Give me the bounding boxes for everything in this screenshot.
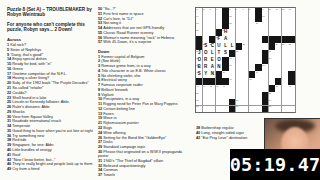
grid-cell[interactable] <box>249 22 255 29</box>
grid-cell[interactable] <box>269 29 275 36</box>
grid-cell[interactable] <box>242 99 248 106</box>
cell-letter: F <box>216 37 222 42</box>
cell-number: 57 <box>269 105 271 107</box>
grid-cell[interactable]: A <box>222 36 228 43</box>
clue-item[interactable]: 55 Classic Road Runner scenery <box>98 31 193 35</box>
grid-cell[interactable] <box>249 15 255 22</box>
grid-cell[interactable] <box>216 92 222 99</box>
grid-cell[interactable] <box>282 22 288 29</box>
grid-cell[interactable] <box>275 57 281 64</box>
across-header: Across <box>7 37 96 42</box>
clue-item[interactable]: 32 Believed unquestioningly <box>98 164 193 168</box>
grid-cell[interactable]: 17 <box>196 22 202 29</box>
clue-item[interactable]: 20 Subj. of the 1982 book "The Purple De… <box>7 81 96 85</box>
grid-cell[interactable]: L <box>209 50 215 57</box>
grid-cell[interactable] <box>209 22 215 29</box>
grid-cell[interactable]: 57 <box>269 106 275 113</box>
across-clue-list-continued: 50 "So...?"51 First first name in space5… <box>98 7 193 45</box>
grid-cell[interactable]: 55 <box>196 106 202 113</box>
grid-cell[interactable]: 33 <box>229 57 235 64</box>
grid-cell[interactable]: 1 <box>196 8 202 15</box>
grid-cell[interactable] <box>242 57 248 64</box>
grid-cell[interactable] <box>242 85 248 92</box>
grid-cell[interactable]: U <box>216 43 222 50</box>
clue-item[interactable]: 21 Rijksmuseum painter <box>98 121 193 125</box>
cell-number: 46 <box>216 85 218 87</box>
clue-item[interactable]: 22 Bugs <box>98 126 193 130</box>
clue-item[interactable]: 26 Ruler's divisions: Abbr. <box>7 105 96 109</box>
grid-cell[interactable] <box>255 43 261 50</box>
grid-cell[interactable] <box>262 29 268 36</box>
grid-cell[interactable]: N <box>216 64 222 71</box>
grid-cell[interactable]: 47 <box>222 85 228 92</box>
grid-cell[interactable]: 56 <box>236 106 242 113</box>
clue-item[interactable]: 52 Cat's love, to "DJ" <box>98 17 193 21</box>
grid-cell[interactable] <box>282 57 288 64</box>
clue-item[interactable]: 24 Wine offering <box>98 131 193 135</box>
grid-cell[interactable]: 36 <box>229 64 235 71</box>
grid-cell[interactable]: 6 <box>236 8 242 15</box>
clue-item[interactable]: 30 View from Squaw Valley <box>7 115 96 119</box>
grid-cell[interactable]: 16 <box>262 15 268 22</box>
grid-cell[interactable]: 52 <box>196 99 202 106</box>
grid-cell[interactable]: 49 <box>288 85 294 92</box>
grid-cell[interactable] <box>269 22 275 29</box>
black-square <box>275 78 281 85</box>
grid-cell[interactable] <box>282 99 288 106</box>
grid-cell[interactable]: 53 <box>236 99 242 106</box>
grid-cell[interactable]: 40 <box>255 71 261 78</box>
grid-cell[interactable] <box>255 57 261 64</box>
grid-cell[interactable] <box>222 99 228 106</box>
clue-item[interactable]: 23 Shell found in a lake <box>7 96 96 100</box>
grid-cell[interactable] <box>262 71 268 78</box>
grid-cell[interactable] <box>203 15 209 22</box>
grid-cell[interactable]: 50 <box>196 92 202 99</box>
cell-letter: A <box>222 37 228 42</box>
clue-item[interactable]: 11 Rigging need for Peter Pan or Mary Po… <box>98 102 193 106</box>
clue-item[interactable]: 39 Singapore, for one: Abbr. <box>7 143 96 147</box>
grid-cell[interactable]: 39 <box>222 71 228 78</box>
grid-cell[interactable] <box>203 99 209 106</box>
grid-cell[interactable] <box>203 36 209 43</box>
clue-item[interactable]: 38 Red tide <box>7 138 96 142</box>
grid-cell[interactable] <box>209 29 215 36</box>
black-square <box>262 57 268 64</box>
cell-letter: R <box>203 58 209 63</box>
clue-item[interactable]: 35 Good thing to have when you're out la… <box>7 129 96 133</box>
grid-cell[interactable] <box>275 29 281 36</box>
grid-cell[interactable] <box>275 22 281 29</box>
grid-cell[interactable] <box>269 15 275 22</box>
black-square <box>222 78 228 85</box>
grid-cell[interactable] <box>282 64 288 71</box>
clue-item[interactable]: 34 Temperate <box>7 124 96 128</box>
grid-cell[interactable] <box>242 106 248 113</box>
grid-cell[interactable]: R <box>203 64 209 71</box>
across-clue-list: 1 Kid rock?5 Sister of Nephthys9 "Dang, … <box>7 43 96 171</box>
crossword-grid[interactable]: 123456789101112131415161718192021H22FA23… <box>195 7 296 113</box>
clue-item[interactable]: 49 Cry from a fiend <box>7 167 96 171</box>
clue-item[interactable]: 40 Little bundles of energy <box>7 148 96 152</box>
cell-number: 51 <box>269 92 271 94</box>
grid-cell[interactable]: 10 <box>269 8 275 15</box>
clue-item[interactable]: 2 (See blurb) <box>98 59 193 63</box>
cell-letter: N <box>209 72 215 77</box>
cell-letter: N <box>216 65 222 70</box>
cell-number: 1 <box>196 8 197 10</box>
black-square <box>222 57 228 64</box>
grid-cell[interactable]: N <box>209 71 215 78</box>
grid-cell[interactable] <box>209 106 215 113</box>
grid-cell[interactable] <box>216 15 222 22</box>
grid-cell[interactable] <box>229 85 235 92</box>
clue-item[interactable]: 1 Former capital of Belgium <box>98 55 193 59</box>
cell-number: 10 <box>269 8 271 10</box>
cell-letter: O <box>203 51 209 56</box>
grid-cell[interactable] <box>255 29 261 36</box>
grid-cell[interactable]: 13 <box>288 8 294 15</box>
grid-cell[interactable]: 15 <box>229 15 235 22</box>
grid-cell[interactable] <box>282 71 288 78</box>
grid-cell[interactable]: 9 <box>262 8 268 15</box>
clue-item[interactable]: 56 Woman's name meaning "rock" in Hebrew <box>98 36 193 40</box>
grid-cell[interactable]: L <box>222 43 228 50</box>
cell-number: 33 <box>229 57 231 59</box>
clue-item[interactable]: 38 Barbershop regular <box>196 126 264 130</box>
black-square <box>216 78 222 85</box>
grid-cell[interactable]: 51 <box>269 92 275 99</box>
grid-cell[interactable] <box>282 50 288 57</box>
clue-item[interactable]: 51 First first name in space <box>98 12 193 16</box>
grid-cell[interactable] <box>249 99 255 106</box>
grid-cell[interactable]: 41 <box>229 78 235 85</box>
clue-item[interactable]: 5 Sister of Nephthys <box>7 48 96 52</box>
cell-number: 2 <box>203 8 204 10</box>
grid-cell[interactable]: 30 <box>236 50 242 57</box>
grid-cell[interactable] <box>255 99 261 106</box>
black-square <box>255 64 261 71</box>
grid-cell[interactable]: 29J <box>196 50 202 57</box>
grid-cell[interactable] <box>255 36 261 43</box>
clue-item[interactable]: 26 Setting for the Bond film "GoldenEye" <box>98 136 193 140</box>
grid-cell[interactable]: 42 <box>249 78 255 85</box>
clue-item[interactable]: 34 Conman <box>98 168 193 172</box>
clue-item[interactable]: 53 Not wing it <box>98 21 193 25</box>
grid-cell[interactable] <box>255 92 261 99</box>
grid-cell[interactable] <box>249 85 255 92</box>
clue-item[interactable]: 9 "Dang, that's good!" <box>7 53 96 57</box>
grid-cell[interactable] <box>236 78 242 85</box>
grid-cell[interactable] <box>275 50 281 57</box>
grid-cell[interactable]: 27 <box>282 43 288 50</box>
clue-item[interactable]: 19 Move in <box>98 116 193 120</box>
grid-cell[interactable] <box>282 85 288 92</box>
cell-letter: O <box>196 58 202 63</box>
grid-cell[interactable] <box>236 36 242 43</box>
grid-cell[interactable] <box>269 64 275 71</box>
grid-cell[interactable] <box>203 106 209 113</box>
clue-item[interactable]: 13 Foxes <box>98 112 193 116</box>
grid-cell[interactable]: 44 <box>203 85 209 92</box>
clue-item[interactable]: 3 Remove grime from, in a way <box>98 64 193 68</box>
grid-cell[interactable] <box>216 106 222 113</box>
grid-cell[interactable]: O <box>203 50 209 57</box>
grid-cell[interactable]: 7 <box>242 8 248 15</box>
cell-letter: L <box>222 44 228 49</box>
grid-cell[interactable]: S <box>222 50 228 57</box>
grid-cell[interactable]: 38S <box>196 71 202 78</box>
grid-cell[interactable] <box>209 99 215 106</box>
grid-cell[interactable] <box>288 29 294 36</box>
cell-letter: T <box>216 51 222 56</box>
black-square <box>222 22 228 29</box>
grid-cell[interactable]: Y <box>203 71 209 78</box>
grid-cell[interactable] <box>242 15 248 22</box>
grid-cell[interactable]: 11 <box>275 8 281 15</box>
grid-cell[interactable] <box>229 92 235 99</box>
grid-cell[interactable] <box>236 22 242 29</box>
grid-cell[interactable]: 35B <box>196 64 202 71</box>
clue-item[interactable]: 42 "Eat Pray Love" destination <box>196 136 264 140</box>
grid-cell[interactable]: 45 <box>209 85 215 92</box>
clue-item[interactable]: 10 Precipitates, in a way <box>98 97 193 101</box>
grid-cell[interactable] <box>203 29 209 36</box>
grid-cell[interactable] <box>242 92 248 99</box>
clue-item[interactable]: 50 "So...?" <box>98 7 193 11</box>
grid-cell[interactable] <box>288 64 294 71</box>
clue-item[interactable]: 42 "Now I know better, but..." <box>7 158 96 162</box>
cell-number: 48 <box>275 85 277 87</box>
clue-item[interactable]: 54 Addresses that are not GPS-friendly <box>98 26 193 30</box>
grid-cell[interactable]: 4 <box>216 8 222 15</box>
grid-cell[interactable] <box>236 29 242 36</box>
grid-cell[interactable] <box>275 99 281 106</box>
grid-cell[interactable] <box>249 43 255 50</box>
grid-cell[interactable] <box>249 64 255 71</box>
grid-cell[interactable] <box>216 99 222 106</box>
grid-cell[interactable]: 19 <box>255 22 261 29</box>
grid-cell[interactable] <box>262 78 268 85</box>
clue-item[interactable]: 15 Ready for bed, with "in" <box>7 62 96 66</box>
clue-item[interactable]: 31 Roadside international snack <box>7 119 96 123</box>
grid-cell[interactable]: 46 <box>216 85 222 92</box>
grid-cell[interactable] <box>242 71 248 78</box>
grid-cell[interactable]: E <box>209 57 215 64</box>
grid-cell[interactable] <box>236 64 242 71</box>
grid-cell[interactable] <box>242 64 248 71</box>
grid-cell[interactable] <box>255 85 261 92</box>
cell-letter: S <box>222 51 228 56</box>
grid-cell[interactable] <box>249 106 255 113</box>
grid-cell[interactable]: L <box>229 43 235 50</box>
clue-item[interactable]: 29 Standard campaign topic <box>98 145 193 149</box>
grid-cell[interactable] <box>229 36 235 43</box>
clue-item[interactable]: 57 With 45-Down, it's a surprise <box>98 40 193 44</box>
grid-cell[interactable]: O <box>216 57 222 64</box>
grid-cell[interactable] <box>203 22 209 29</box>
grid-cell[interactable] <box>242 22 248 29</box>
grid-cell[interactable] <box>288 99 294 106</box>
grid-cell[interactable]: 3 <box>209 8 215 15</box>
grid-cell[interactable] <box>282 92 288 99</box>
grid-cell[interactable] <box>216 22 222 29</box>
black-square <box>203 78 209 85</box>
cell-number: 31 <box>269 50 271 52</box>
grid-cell[interactable]: 31 <box>269 50 275 57</box>
grid-cell[interactable] <box>262 43 268 50</box>
clue-item[interactable]: 37 Towels <box>98 173 193 177</box>
grid-cell[interactable]: 5 <box>229 8 235 15</box>
clue-item[interactable]: 29 Shocks <box>7 110 96 114</box>
puzzle-title: Puzzle 8 (Set A) – TROUBLEMAKER by Robyn… <box>7 7 96 18</box>
grid-cell[interactable] <box>236 57 242 64</box>
grid-cell[interactable]: 23S <box>203 43 209 50</box>
grid-cell[interactable]: 22F <box>216 36 222 43</box>
cell-letter: U <box>216 44 222 49</box>
grid-cell[interactable] <box>275 71 281 78</box>
grid-cell[interactable]: A <box>209 64 215 71</box>
grid-cell[interactable] <box>209 15 215 22</box>
cell-letter: J <box>196 51 202 56</box>
clue-item[interactable]: 21 So-called "retailer" <box>7 86 96 90</box>
grid-cell[interactable] <box>209 92 215 99</box>
grid-cell[interactable] <box>275 64 281 71</box>
grid-cell[interactable]: 26 <box>275 43 281 50</box>
black-square <box>209 36 215 43</box>
grid-cell[interactable]: 54 <box>269 99 275 106</box>
clue-item[interactable]: 16 Green <box>7 67 96 71</box>
grid-cell[interactable]: 32O <box>196 57 202 64</box>
timer-value: 05:19.47 <box>230 154 320 175</box>
clue-item[interactable]: 36 Try something new <box>7 134 96 138</box>
grid-cell[interactable] <box>242 36 248 43</box>
black-square <box>216 29 222 36</box>
grid-cell[interactable] <box>236 92 242 99</box>
grid-cell[interactable] <box>222 92 228 99</box>
grid-cell[interactable]: 25 <box>242 43 248 50</box>
grid-cell[interactable]: 14 <box>196 15 202 22</box>
puzzle-note: For anyone who can't complete this puzzl… <box>7 22 96 33</box>
clue-item[interactable]: 17 Onetime competitor of the N.F.L. <box>7 72 96 76</box>
clue-column-bottom: 38 Barbershop regular40 Long, straight-s… <box>196 126 264 144</box>
grid-cell[interactable]: 18 <box>229 22 235 29</box>
grid-cell[interactable]: 2 <box>203 8 209 15</box>
grid-cell[interactable]: R <box>203 57 209 64</box>
grid-cell[interactable] <box>236 71 242 78</box>
grid-cell[interactable] <box>236 15 242 22</box>
grid-cell[interactable] <box>282 78 288 85</box>
cell-number: 20 <box>196 29 198 31</box>
clue-item[interactable]: 4 Title character in an E.B. White class… <box>98 69 193 73</box>
grid-cell[interactable] <box>229 29 235 36</box>
clue-item[interactable]: 1 Kid rock? <box>7 43 96 47</box>
grid-cell[interactable] <box>269 78 275 85</box>
video-frame: { "header": { "title_line": "Puzzle 8 (S… <box>0 0 320 180</box>
grid-cell[interactable]: 28 <box>288 43 294 50</box>
grid-cell[interactable] <box>288 22 294 29</box>
grid-cell[interactable] <box>282 106 288 113</box>
grid-cell[interactable] <box>282 29 288 36</box>
grid-cell[interactable] <box>288 92 294 99</box>
cell-number: 7 <box>242 8 243 10</box>
grid-cell[interactable]: 24C <box>209 43 215 50</box>
clue-item[interactable]: 30 Phrase that originated on a W.W.II pr… <box>98 150 193 158</box>
clue-item[interactable]: 8 Brilliant firework <box>98 88 193 92</box>
grid-cell[interactable] <box>255 106 261 113</box>
grid-cell[interactable] <box>222 106 228 113</box>
grid-cell[interactable] <box>255 50 261 57</box>
clue-item[interactable]: 9 Vigilant <box>98 93 193 97</box>
grid-cell[interactable] <box>236 85 242 92</box>
cell-number: 19 <box>256 22 258 24</box>
grid-cell[interactable] <box>269 71 275 78</box>
clue-column-middle: 50 "So...?"51 First first name in space5… <box>98 7 193 180</box>
cell-number: 40 <box>256 71 258 73</box>
grid-cell[interactable] <box>262 85 268 92</box>
grid-cell[interactable] <box>275 106 281 113</box>
grid-cell[interactable] <box>282 15 288 22</box>
clue-item[interactable]: 22 Coulda? <box>7 91 96 95</box>
grid-cell[interactable] <box>249 29 255 36</box>
grid-cell[interactable] <box>229 71 235 78</box>
clue-item[interactable]: 27 Disks <box>98 140 193 144</box>
grid-cell[interactable] <box>249 57 255 64</box>
clue-item[interactable]: 14 Enjoy special dishes <box>7 57 96 61</box>
grid-cell[interactable] <box>249 92 255 99</box>
grid-cell[interactable] <box>249 36 255 43</box>
cell-number: 5 <box>229 8 230 10</box>
grid-cell[interactable] <box>242 50 248 57</box>
cell-number: 47 <box>223 85 225 87</box>
grid-cell[interactable]: 8 <box>249 8 255 15</box>
grid-cell[interactable]: 20 <box>196 29 202 36</box>
grid-cell[interactable] <box>275 15 281 22</box>
clue-item[interactable]: 7 Famous corporate raider <box>98 83 193 87</box>
clue-item[interactable]: 18 Having a silver lining? <box>7 76 96 80</box>
grid-cell[interactable] <box>288 15 294 22</box>
grid-cell[interactable]: 12 <box>282 8 288 15</box>
grid-cell[interactable] <box>288 50 294 57</box>
black-square <box>255 15 261 22</box>
grid-cell[interactable]: 34 <box>269 57 275 64</box>
grid-cell[interactable]: T <box>216 50 222 57</box>
grid-cell[interactable] <box>242 29 248 36</box>
clue-item[interactable]: 46 They're really bright and people look… <box>7 162 96 166</box>
grid-cell[interactable]: 37 <box>262 64 268 71</box>
clue-item[interactable]: 31 1940's "The Thief of Bagdad" villain <box>98 159 193 163</box>
clue-item[interactable]: 6 Electrical worry <box>98 78 193 82</box>
cell-letter: H <box>222 30 228 35</box>
grid-cell[interactable] <box>288 57 294 64</box>
clue-item[interactable]: 5 No shrinking violet, she <box>98 74 193 78</box>
clue-item[interactable]: 40 Long, straight-sided cigar <box>196 131 264 135</box>
grid-cell[interactable] <box>249 50 255 57</box>
black-square <box>222 8 228 15</box>
grid-cell[interactable]: 48 <box>275 85 281 92</box>
clue-item[interactable]: 25 Lincoln or Kennedy follower: Abbr. <box>7 100 96 104</box>
grid-cell[interactable] <box>242 78 248 85</box>
clue-item[interactable]: 41 Roof <box>7 153 96 157</box>
clue-item[interactable]: 12 Certain betting line <box>98 107 193 111</box>
grid-cell[interactable] <box>255 78 261 85</box>
grid-cell[interactable] <box>275 92 281 99</box>
grid-cell[interactable] <box>262 22 268 29</box>
grid-cell[interactable] <box>288 106 294 113</box>
grid-cell[interactable] <box>203 92 209 99</box>
grid-cell[interactable]: 21H <box>222 29 228 36</box>
grid-cell[interactable]: 43 <box>196 85 202 92</box>
